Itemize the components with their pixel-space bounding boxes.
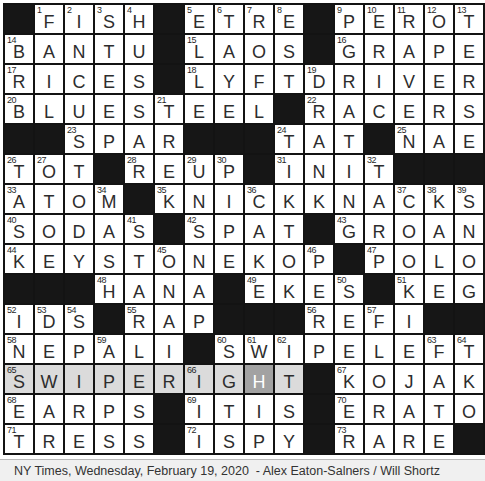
- cell-r12c2[interactable]: E: [35, 335, 63, 363]
- cell-r5c2-black: [35, 125, 63, 153]
- letter: E: [35, 342, 63, 362]
- cell-r11c14[interactable]: I: [395, 305, 423, 333]
- letter: K: [335, 372, 363, 392]
- cell-r11c5[interactable]: 55R: [125, 305, 153, 333]
- cell-r9c16[interactable]: O: [455, 245, 483, 273]
- cell-r10c9[interactable]: 49E: [245, 275, 273, 303]
- cell-r15c6-black: [155, 425, 183, 453]
- cell-r9c9[interactable]: K: [245, 245, 273, 273]
- letter: S: [125, 222, 153, 242]
- cell-r5c4[interactable]: P: [95, 125, 123, 153]
- letter: N: [305, 162, 333, 182]
- cell-r14c7[interactable]: 69I: [185, 395, 213, 423]
- cell-r1c8[interactable]: 6T: [215, 5, 243, 33]
- cell-r12c12[interactable]: E: [335, 335, 363, 363]
- cell-r15c9[interactable]: P: [245, 425, 273, 453]
- cell-r10c13-black: [365, 275, 393, 303]
- letter: S: [5, 222, 33, 242]
- letter: P: [95, 402, 123, 422]
- cell-r6c10[interactable]: 31I: [275, 155, 303, 183]
- cell-r5c6[interactable]: R: [155, 125, 183, 153]
- cell-r5c11[interactable]: A: [305, 125, 333, 153]
- cell-r7c7[interactable]: N: [185, 185, 213, 213]
- cell-r4c7[interactable]: E: [185, 95, 213, 123]
- cell-r5c9-black: [245, 125, 273, 153]
- letter: O: [35, 162, 63, 182]
- cell-r4c8[interactable]: E: [215, 95, 243, 123]
- cell-r8c13[interactable]: R: [365, 215, 393, 243]
- cell-r11c3[interactable]: 54S: [65, 305, 93, 333]
- cell-r11c13[interactable]: 57F: [365, 305, 393, 333]
- letter: S: [5, 372, 33, 392]
- cell-r14c16[interactable]: O: [455, 395, 483, 423]
- cell-r1c1-black: [5, 5, 33, 33]
- cell-r6c2[interactable]: 27O: [35, 155, 63, 183]
- cell-r9c1[interactable]: 44K: [5, 245, 33, 273]
- cell-r7c6[interactable]: 35K: [155, 185, 183, 213]
- cell-r14c13[interactable]: R: [365, 395, 393, 423]
- cell-r1c3[interactable]: 2I: [65, 5, 93, 33]
- cell-r1c5[interactable]: 4H: [125, 5, 153, 33]
- letter: P: [215, 162, 243, 182]
- letter: F: [35, 12, 63, 32]
- cell-r2c16[interactable]: E: [455, 35, 483, 63]
- letter: E: [365, 12, 393, 32]
- cell-r14c14[interactable]: A: [395, 395, 423, 423]
- cell-r14c10[interactable]: S: [275, 395, 303, 423]
- letter: C: [395, 192, 423, 212]
- cell-r15c12[interactable]: 73R: [335, 425, 363, 453]
- cell-r5c5[interactable]: A: [125, 125, 153, 153]
- cell-r3c7[interactable]: 18L: [185, 65, 213, 93]
- cell-r2c15[interactable]: P: [425, 35, 453, 63]
- cell-r13c13[interactable]: O: [365, 365, 393, 393]
- cell-r8c9[interactable]: A: [245, 215, 273, 243]
- cell-r2c14[interactable]: A: [395, 35, 423, 63]
- letter: A: [395, 402, 423, 422]
- cell-r11c6[interactable]: A: [155, 305, 183, 333]
- letter: A: [155, 312, 183, 332]
- cell-r4c1[interactable]: 20B: [5, 95, 33, 123]
- cell-r2c4[interactable]: T: [95, 35, 123, 63]
- cell-r6c12[interactable]: I: [335, 155, 363, 183]
- cell-r15c7[interactable]: 72I: [185, 425, 213, 453]
- cell-r10c11[interactable]: E: [305, 275, 333, 303]
- cell-r13c6[interactable]: R: [155, 365, 183, 393]
- cell-r8c8[interactable]: P: [215, 215, 243, 243]
- letter: A: [185, 282, 213, 302]
- cell-r9c3[interactable]: Y: [65, 245, 93, 273]
- letter: W: [245, 342, 273, 362]
- cell-r11c12[interactable]: E: [335, 305, 363, 333]
- cell-r11c10-black: [275, 305, 303, 333]
- letter: S: [215, 432, 243, 452]
- cell-r5c12[interactable]: T: [335, 125, 363, 153]
- cell-r13c4[interactable]: P: [95, 365, 123, 393]
- cell-r9c13[interactable]: 47P: [365, 245, 393, 273]
- cell-r7c12[interactable]: N: [335, 185, 363, 213]
- letter: I: [65, 12, 93, 32]
- letter: I: [275, 162, 303, 182]
- letter: S: [455, 192, 483, 212]
- cell-r7c14[interactable]: 37C: [395, 185, 423, 213]
- cell-r5c14[interactable]: 25N: [395, 125, 423, 153]
- cell-r7c16[interactable]: 39S: [455, 185, 483, 213]
- cell-r7c1[interactable]: 33A: [5, 185, 33, 213]
- cell-r15c8[interactable]: S: [215, 425, 243, 453]
- cell-r6c3[interactable]: T: [65, 155, 93, 183]
- cell-r1c12[interactable]: 9P: [335, 5, 363, 33]
- cell-r12c4[interactable]: 59A: [95, 335, 123, 363]
- cell-r8c15[interactable]: A: [425, 215, 453, 243]
- cell-r2c7[interactable]: 15L: [185, 35, 213, 63]
- cell-r15c1[interactable]: 71T: [5, 425, 33, 453]
- cell-r8c5[interactable]: 41S: [125, 215, 153, 243]
- cell-r2c2[interactable]: A: [35, 35, 63, 63]
- letter: S: [65, 132, 93, 152]
- cell-r14c3[interactable]: R: [65, 395, 93, 423]
- letter: T: [425, 402, 453, 422]
- cell-r15c10[interactable]: Y: [275, 425, 303, 453]
- cell-r9c4[interactable]: S: [95, 245, 123, 273]
- cell-r5c10[interactable]: 24T: [275, 125, 303, 153]
- cell-r3c13[interactable]: I: [365, 65, 393, 93]
- letter: T: [5, 162, 33, 182]
- cell-r15c3[interactable]: E: [65, 425, 93, 453]
- cell-r1c7[interactable]: 5E: [185, 5, 213, 33]
- cell-r3c2[interactable]: I: [35, 65, 63, 93]
- cell-r6c13[interactable]: 32T: [365, 155, 393, 183]
- letter: B: [5, 102, 33, 122]
- cell-r5c3[interactable]: 23S: [65, 125, 93, 153]
- cell-r12c5[interactable]: L: [125, 335, 153, 363]
- cell-r12c10[interactable]: 62I: [275, 335, 303, 363]
- cell-r6c15-black: [425, 155, 453, 183]
- cell-r9c8[interactable]: E: [215, 245, 243, 273]
- letter: A: [245, 222, 273, 242]
- cell-r12c1[interactable]: 58N: [5, 335, 33, 363]
- letter: R: [365, 222, 393, 242]
- cell-r4c16[interactable]: S: [455, 95, 483, 123]
- cell-r14c9[interactable]: I: [245, 395, 273, 423]
- letter: O: [455, 402, 483, 422]
- cell-r4c14[interactable]: E: [395, 95, 423, 123]
- cell-r12c11[interactable]: P: [305, 335, 333, 363]
- cell-r3c3[interactable]: C: [65, 65, 93, 93]
- cell-r11c7[interactable]: P: [185, 305, 213, 333]
- cell-r12c15[interactable]: 63F: [425, 335, 453, 363]
- letter: O: [245, 42, 273, 62]
- cell-r1c10[interactable]: 8E: [275, 5, 303, 33]
- letter: A: [35, 402, 63, 422]
- cell-r8c2[interactable]: O: [35, 215, 63, 243]
- puzzle-attribution: NY Times, Wednesday, February 19, 2020 -…: [14, 464, 440, 478]
- letter: R: [455, 72, 483, 92]
- cell-r9c14[interactable]: O: [395, 245, 423, 273]
- cell-r11c15-black: [425, 305, 453, 333]
- cell-r3c1[interactable]: 17R: [5, 65, 33, 93]
- cell-r13c12[interactable]: 67K: [335, 365, 363, 393]
- cell-r8c12[interactable]: 43G: [335, 215, 363, 243]
- cell-r1c2[interactable]: 1F: [35, 5, 63, 33]
- letter: U: [125, 42, 153, 62]
- cell-r7c9[interactable]: 36C: [245, 185, 273, 213]
- cell-r8c7[interactable]: 42S: [185, 215, 213, 243]
- letter: K: [275, 192, 303, 212]
- cell-r10c5[interactable]: A: [125, 275, 153, 303]
- cell-r4c3[interactable]: U: [65, 95, 93, 123]
- cell-r13c15[interactable]: A: [425, 365, 453, 393]
- cell-r7c13[interactable]: A: [365, 185, 393, 213]
- letter: S: [95, 12, 123, 32]
- cell-r11c2[interactable]: 53D: [35, 305, 63, 333]
- cell-r9c15[interactable]: L: [425, 245, 453, 273]
- letter: N: [455, 222, 483, 242]
- cell-r6c7[interactable]: 29U: [185, 155, 213, 183]
- letter: F: [425, 342, 453, 362]
- cell-r10c6[interactable]: N: [155, 275, 183, 303]
- cell-r8c11-black: [305, 215, 333, 243]
- cell-r4c5[interactable]: S: [125, 95, 153, 123]
- cell-r4c4[interactable]: E: [95, 95, 123, 123]
- cell-r3c12[interactable]: R: [335, 65, 363, 93]
- letter: I: [5, 312, 33, 332]
- cell-r4c13[interactable]: C: [365, 95, 393, 123]
- letter: E: [155, 162, 183, 182]
- letter: T: [155, 102, 183, 122]
- cell-r1c16[interactable]: 13T: [455, 5, 483, 33]
- letter: P: [425, 42, 453, 62]
- cell-r7c15[interactable]: 38K: [425, 185, 453, 213]
- cell-r2c3[interactable]: N: [65, 35, 93, 63]
- cell-r2c9[interactable]: O: [245, 35, 273, 63]
- letter: N: [155, 282, 183, 302]
- cell-r6c1[interactable]: 26T: [5, 155, 33, 183]
- cell-r7c5-black: [125, 185, 153, 213]
- letter: R: [125, 162, 153, 182]
- cell-r3c5[interactable]: S: [125, 65, 153, 93]
- letter: M: [95, 192, 123, 212]
- letter: R: [395, 12, 423, 32]
- letter: P: [95, 372, 123, 392]
- letter: P: [335, 12, 363, 32]
- letter: I: [185, 402, 213, 422]
- cell-r11c4-black: [95, 305, 123, 333]
- cell-r10c7[interactable]: A: [185, 275, 213, 303]
- cell-r14c12[interactable]: 70E: [335, 395, 363, 423]
- letter: T: [5, 432, 33, 452]
- cell-r3c4[interactable]: E: [95, 65, 123, 93]
- cell-r12c14[interactable]: E: [395, 335, 423, 363]
- letter: T: [455, 342, 483, 362]
- letter: T: [275, 72, 303, 92]
- letter: F: [245, 72, 273, 92]
- letter: R: [395, 432, 423, 452]
- cell-r2c10[interactable]: S: [275, 35, 303, 63]
- cell-r8c10[interactable]: T: [275, 215, 303, 243]
- cell-r4c11[interactable]: 22R: [305, 95, 333, 123]
- cell-r2c8[interactable]: A: [215, 35, 243, 63]
- cell-r13c1[interactable]: 65S: [5, 365, 33, 393]
- letter: L: [35, 102, 63, 122]
- cell-r8c1[interactable]: 40S: [5, 215, 33, 243]
- cell-r10c3-black: [65, 275, 93, 303]
- cell-r13c7[interactable]: 66I: [185, 365, 213, 393]
- cell-r3c8[interactable]: Y: [215, 65, 243, 93]
- cell-r14c2[interactable]: A: [35, 395, 63, 423]
- cell-r2c5[interactable]: U: [125, 35, 153, 63]
- cell-r10c2-black: [35, 275, 63, 303]
- cell-r15c5[interactable]: S: [125, 425, 153, 453]
- cell-r2c1[interactable]: 14B: [5, 35, 33, 63]
- cell-r8c3[interactable]: D: [65, 215, 93, 243]
- cell-r14c15[interactable]: T: [425, 395, 453, 423]
- cell-r3c11[interactable]: 19D: [305, 65, 333, 93]
- cell-r6c11[interactable]: N: [305, 155, 333, 183]
- cell-r7c2[interactable]: T: [35, 185, 63, 213]
- cell-r13c9[interactable]: H: [245, 365, 273, 393]
- cell-r7c11[interactable]: K: [305, 185, 333, 213]
- cell-r4c6[interactable]: 21T: [155, 95, 183, 123]
- cell-r3c9[interactable]: F: [245, 65, 273, 93]
- letter: R: [305, 312, 333, 332]
- letter: A: [5, 192, 33, 212]
- cell-r13c3[interactable]: I: [65, 365, 93, 393]
- cell-r11c11[interactable]: 56R: [305, 305, 333, 333]
- cell-r6c9-black: [245, 155, 273, 183]
- cell-r5c15[interactable]: A: [425, 125, 453, 153]
- cell-r15c14[interactable]: R: [395, 425, 423, 453]
- letter: O: [35, 222, 63, 242]
- cell-r1c11-black: [305, 5, 333, 33]
- cell-r1c15[interactable]: 12O: [425, 5, 453, 33]
- cell-r10c4[interactable]: 48H: [95, 275, 123, 303]
- cell-r12c9[interactable]: 61W: [245, 335, 273, 363]
- cell-r15c2[interactable]: R: [35, 425, 63, 453]
- cell-r1c4[interactable]: 3S: [95, 5, 123, 33]
- letter: L: [185, 42, 213, 62]
- cell-r5c16[interactable]: E: [455, 125, 483, 153]
- cell-r1c9[interactable]: 7R: [245, 5, 273, 33]
- cell-r9c10[interactable]: O: [275, 245, 303, 273]
- letter: K: [395, 282, 423, 302]
- cell-r13c2[interactable]: W: [35, 365, 63, 393]
- cell-r3c15[interactable]: E: [425, 65, 453, 93]
- cell-r6c6[interactable]: E: [155, 155, 183, 183]
- cell-r6c14-black: [395, 155, 423, 183]
- cell-r8c16[interactable]: N: [455, 215, 483, 243]
- cell-r12c13[interactable]: L: [365, 335, 393, 363]
- letter: L: [125, 342, 153, 362]
- letter: T: [455, 12, 483, 32]
- letter: R: [335, 432, 363, 452]
- letter: T: [365, 162, 393, 182]
- cell-r14c4[interactable]: P: [95, 395, 123, 423]
- cell-r3c6-black: [155, 65, 183, 93]
- cell-r13c16[interactable]: K: [455, 365, 483, 393]
- letter: A: [395, 42, 423, 62]
- cell-r3c16[interactable]: R: [455, 65, 483, 93]
- cell-r4c15[interactable]: R: [425, 95, 453, 123]
- cell-r15c4[interactable]: S: [95, 425, 123, 453]
- letter: T: [275, 222, 303, 242]
- letter: I: [185, 372, 213, 392]
- letter: E: [125, 372, 153, 392]
- cell-r14c1[interactable]: 68E: [5, 395, 33, 423]
- letter: A: [425, 132, 453, 152]
- cell-r15c13[interactable]: A: [365, 425, 393, 453]
- letter: O: [365, 372, 393, 392]
- letter: I: [215, 192, 243, 212]
- letter: I: [275, 342, 303, 362]
- cell-r2c13[interactable]: R: [365, 35, 393, 63]
- cell-r10c12[interactable]: 50S: [335, 275, 363, 303]
- cell-r9c5[interactable]: T: [125, 245, 153, 273]
- cell-r6c8[interactable]: 30P: [215, 155, 243, 183]
- letter: P: [305, 342, 333, 362]
- letter: G: [335, 42, 363, 62]
- letter: C: [245, 192, 273, 212]
- cell-r9c2[interactable]: E: [35, 245, 63, 273]
- cell-r13c5[interactable]: E: [125, 365, 153, 393]
- status-bar: NY Times, Wednesday, February 19, 2020 -…: [0, 459, 485, 481]
- cell-r9c11[interactable]: 46P: [305, 245, 333, 273]
- letter: C: [365, 102, 393, 122]
- cell-r10c16[interactable]: G: [455, 275, 483, 303]
- letter: E: [5, 402, 33, 422]
- cell-r1c14[interactable]: 11R: [395, 5, 423, 33]
- cell-r13c10[interactable]: T: [275, 365, 303, 393]
- cell-r7c3[interactable]: O: [65, 185, 93, 213]
- letter: P: [305, 252, 333, 272]
- cell-r13c14[interactable]: J: [395, 365, 423, 393]
- cell-r3c10[interactable]: T: [275, 65, 303, 93]
- cell-r14c8[interactable]: T: [215, 395, 243, 423]
- cell-r15c15[interactable]: E: [425, 425, 453, 453]
- cell-r9c6[interactable]: 45O: [155, 245, 183, 273]
- cell-r2c12[interactable]: 16G: [335, 35, 363, 63]
- cell-r7c8[interactable]: I: [215, 185, 243, 213]
- cell-r5c13-black: [365, 125, 393, 153]
- cell-r11c1[interactable]: 52I: [5, 305, 33, 333]
- cell-r12c8[interactable]: 60S: [215, 335, 243, 363]
- letter: L: [365, 342, 393, 362]
- letter: O: [395, 222, 423, 242]
- cell-r9c7[interactable]: N: [185, 245, 213, 273]
- cell-r3c14[interactable]: V: [395, 65, 423, 93]
- cell-r8c14[interactable]: O: [395, 215, 423, 243]
- cell-r12c6[interactable]: I: [155, 335, 183, 363]
- cell-r4c9[interactable]: L: [245, 95, 273, 123]
- cell-r1c13[interactable]: 10E: [365, 5, 393, 33]
- letter: S: [95, 432, 123, 452]
- cell-r10c14[interactable]: 51K: [395, 275, 423, 303]
- cell-r12c3[interactable]: P: [65, 335, 93, 363]
- cell-r14c5[interactable]: S: [125, 395, 153, 423]
- cell-r10c15[interactable]: E: [425, 275, 453, 303]
- cell-r4c12[interactable]: A: [335, 95, 363, 123]
- cell-r11c16-black: [455, 305, 483, 333]
- cell-r4c2[interactable]: L: [35, 95, 63, 123]
- cell-r7c10[interactable]: K: [275, 185, 303, 213]
- cell-r8c4[interactable]: A: [95, 215, 123, 243]
- letter: A: [125, 282, 153, 302]
- cell-r7c4[interactable]: 34M: [95, 185, 123, 213]
- cell-r13c8[interactable]: G: [215, 365, 243, 393]
- cell-r12c16[interactable]: 64T: [455, 335, 483, 363]
- cell-r10c10[interactable]: K: [275, 275, 303, 303]
- cell-r6c5[interactable]: 28R: [125, 155, 153, 183]
